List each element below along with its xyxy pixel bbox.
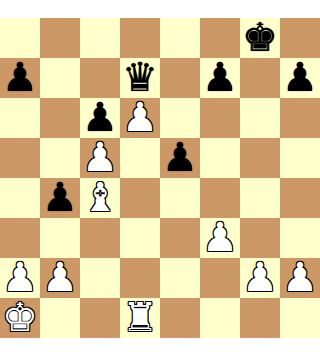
square-a6[interactable] [0, 98, 40, 138]
square-c1[interactable] [80, 298, 120, 338]
white-pawn[interactable]: ♟ [282, 258, 318, 297]
square-d2[interactable] [120, 258, 160, 298]
white-pawn[interactable]: ♟ [2, 258, 38, 297]
square-f4[interactable] [200, 178, 240, 218]
white-pawn[interactable]: ♟ [42, 258, 78, 297]
square-c8[interactable] [80, 18, 120, 58]
square-f2[interactable] [200, 258, 240, 298]
white-king[interactable]: ♚ [2, 298, 38, 337]
white-pawn[interactable]: ♟ [122, 98, 158, 137]
white-bishop[interactable]: ♝ [82, 178, 118, 217]
square-c2[interactable] [80, 258, 120, 298]
black-king[interactable]: ♚ [242, 18, 278, 57]
black-pawn[interactable]: ♟ [282, 58, 318, 97]
square-f3[interactable]: ♟ [200, 218, 240, 258]
square-d5[interactable] [120, 138, 160, 178]
square-g6[interactable] [240, 98, 280, 138]
square-d7[interactable]: ♛ [120, 58, 160, 98]
square-h4[interactable] [280, 178, 320, 218]
square-b2[interactable]: ♟ [40, 258, 80, 298]
square-e1[interactable] [160, 298, 200, 338]
square-b6[interactable] [40, 98, 80, 138]
square-c5[interactable]: ♟ [80, 138, 120, 178]
square-e4[interactable] [160, 178, 200, 218]
square-c7[interactable] [80, 58, 120, 98]
white-pawn[interactable]: ♟ [82, 138, 118, 177]
square-h7[interactable]: ♟ [280, 58, 320, 98]
square-c6[interactable]: ♟ [80, 98, 120, 138]
square-f7[interactable]: ♟ [200, 58, 240, 98]
black-pawn[interactable]: ♟ [162, 138, 198, 177]
square-a4[interactable] [0, 178, 40, 218]
square-a1[interactable]: ♚ [0, 298, 40, 338]
square-e7[interactable] [160, 58, 200, 98]
square-a7[interactable]: ♟ [0, 58, 40, 98]
square-f8[interactable] [200, 18, 240, 58]
square-g3[interactable] [240, 218, 280, 258]
move-prompt-bar: 1. ? [0, 338, 320, 360]
square-h6[interactable] [280, 98, 320, 138]
square-g2[interactable]: ♟ [240, 258, 280, 298]
square-d4[interactable] [120, 178, 160, 218]
square-e6[interactable] [160, 98, 200, 138]
square-h5[interactable] [280, 138, 320, 178]
square-d3[interactable] [120, 218, 160, 258]
square-e8[interactable] [160, 18, 200, 58]
square-d6[interactable]: ♟ [120, 98, 160, 138]
square-e5[interactable]: ♟ [160, 138, 200, 178]
square-b4[interactable]: ♟ [40, 178, 80, 218]
square-a2[interactable]: ♟ [0, 258, 40, 298]
chess-puzzle-window: CT-1472-2 ♚♟♛♟♟♟♟♟♟♟♝♟♟♟♟♟♚♜ 1. ? [0, 0, 320, 360]
square-d1[interactable]: ♜ [120, 298, 160, 338]
square-f5[interactable] [200, 138, 240, 178]
square-b1[interactable] [40, 298, 80, 338]
square-g4[interactable] [240, 178, 280, 218]
black-queen[interactable]: ♛ [122, 58, 158, 97]
black-pawn[interactable]: ♟ [202, 58, 238, 97]
square-h8[interactable] [280, 18, 320, 58]
square-b7[interactable] [40, 58, 80, 98]
black-pawn[interactable]: ♟ [82, 98, 118, 137]
square-f6[interactable] [200, 98, 240, 138]
square-h1[interactable] [280, 298, 320, 338]
square-d8[interactable] [120, 18, 160, 58]
square-b8[interactable] [40, 18, 80, 58]
title-bar: CT-1472-2 [0, 0, 320, 18]
square-a3[interactable] [0, 218, 40, 258]
white-pawn[interactable]: ♟ [202, 218, 238, 257]
square-b3[interactable] [40, 218, 80, 258]
square-g5[interactable] [240, 138, 280, 178]
square-f1[interactable] [200, 298, 240, 338]
square-e2[interactable] [160, 258, 200, 298]
square-h3[interactable] [280, 218, 320, 258]
square-g8[interactable]: ♚ [240, 18, 280, 58]
square-a8[interactable] [0, 18, 40, 58]
white-rook[interactable]: ♜ [122, 298, 158, 337]
square-h2[interactable]: ♟ [280, 258, 320, 298]
black-pawn[interactable]: ♟ [42, 178, 78, 217]
square-b5[interactable] [40, 138, 80, 178]
chess-board: ♚♟♛♟♟♟♟♟♟♟♝♟♟♟♟♟♚♜ [0, 18, 320, 338]
square-g7[interactable] [240, 58, 280, 98]
white-pawn[interactable]: ♟ [242, 258, 278, 297]
square-c4[interactable]: ♝ [80, 178, 120, 218]
square-g1[interactable] [240, 298, 280, 338]
black-pawn[interactable]: ♟ [2, 58, 38, 97]
square-e3[interactable] [160, 218, 200, 258]
square-c3[interactable] [80, 218, 120, 258]
square-a5[interactable] [0, 138, 40, 178]
